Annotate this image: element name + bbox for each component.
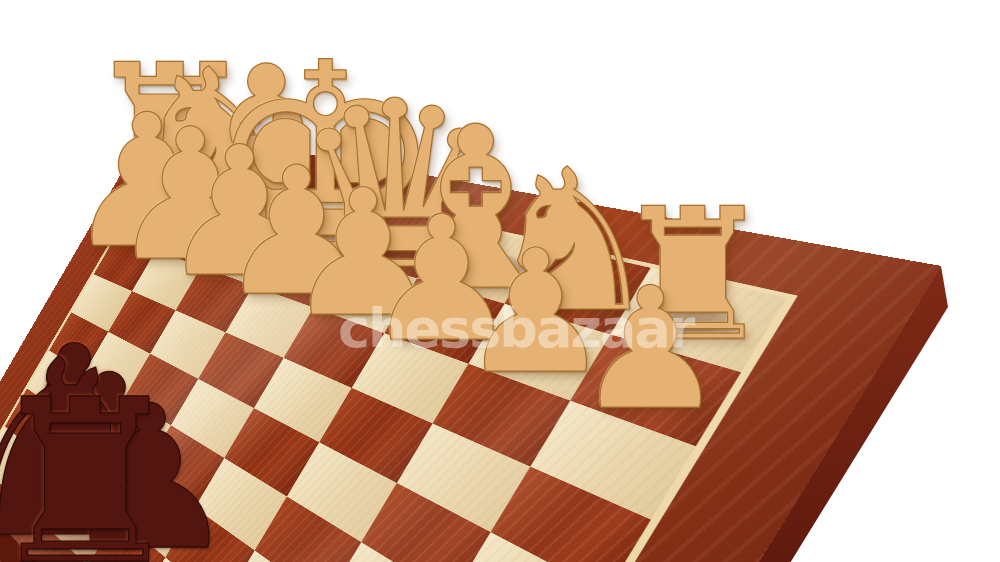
chess-product-photo: ♞♜♟♟♟♟♟♟♟♟♟♟♟♜♞♝♚♛♝♞♜ chessbazaar (0, 0, 1000, 562)
board-grid (0, 159, 786, 562)
watermark: chessbazaar (338, 297, 693, 360)
